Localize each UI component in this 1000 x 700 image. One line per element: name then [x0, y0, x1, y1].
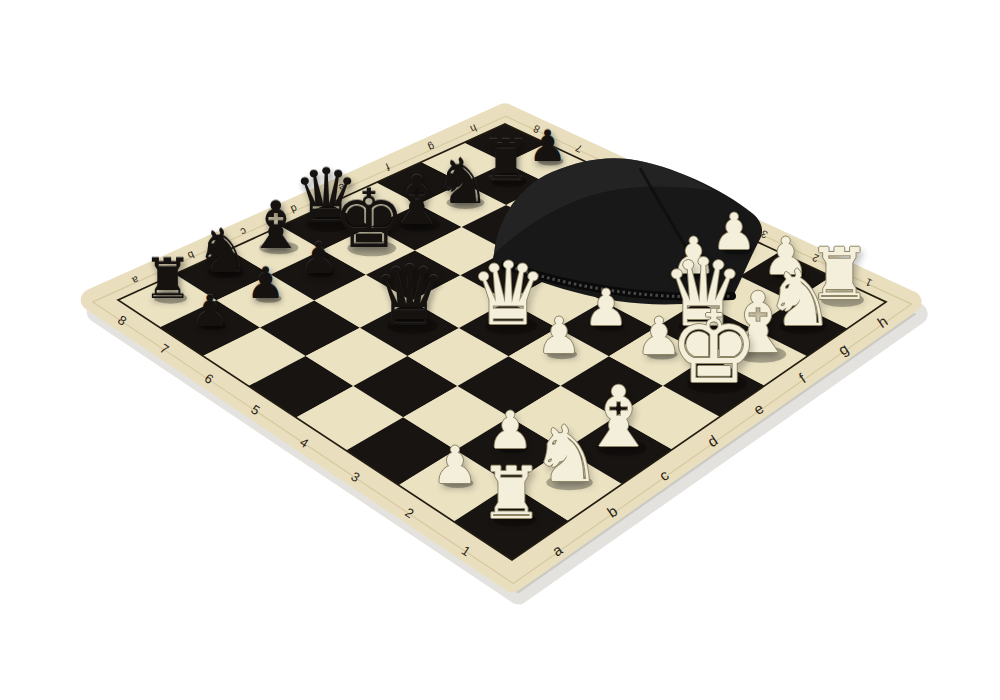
piece-white-rook-a1: ♜	[479, 458, 543, 530]
piece-white-pawn-a2: ♟	[432, 440, 478, 492]
piece-black-bishop-c8: ♝	[247, 192, 306, 257]
piece-black-pawn-a7: ♟	[191, 290, 230, 333]
piece-white-pawn-b2: ♟	[487, 405, 533, 457]
chessboard-mat: aa88bb77cc66dd55ee44ff33gg22hh11	[0, 0, 1000, 700]
chess-set-product-photo: aa88bb77cc66dd55ee44ff33gg22hh11 ♜♞♝♛♟♟♟…	[0, 0, 1000, 700]
piece-black-knight-b8: ♞	[196, 221, 250, 282]
piece-black-pawn-c7: ♟	[299, 237, 338, 280]
piece-white-pawn-e3: ♟	[584, 284, 629, 334]
piece-white-pawn-d3: ♟	[537, 312, 582, 362]
piece-black-rook-a8: ♜	[142, 251, 192, 307]
piece-white-queen-d4: ♛	[469, 251, 547, 338]
piece-white-king-e1: ♚	[669, 297, 759, 397]
piece-black-queen-c5: ♛	[372, 254, 447, 338]
piece-black-pawn-b7: ♟	[246, 262, 285, 305]
piece-black-pawn-h7: ♟	[528, 125, 567, 168]
